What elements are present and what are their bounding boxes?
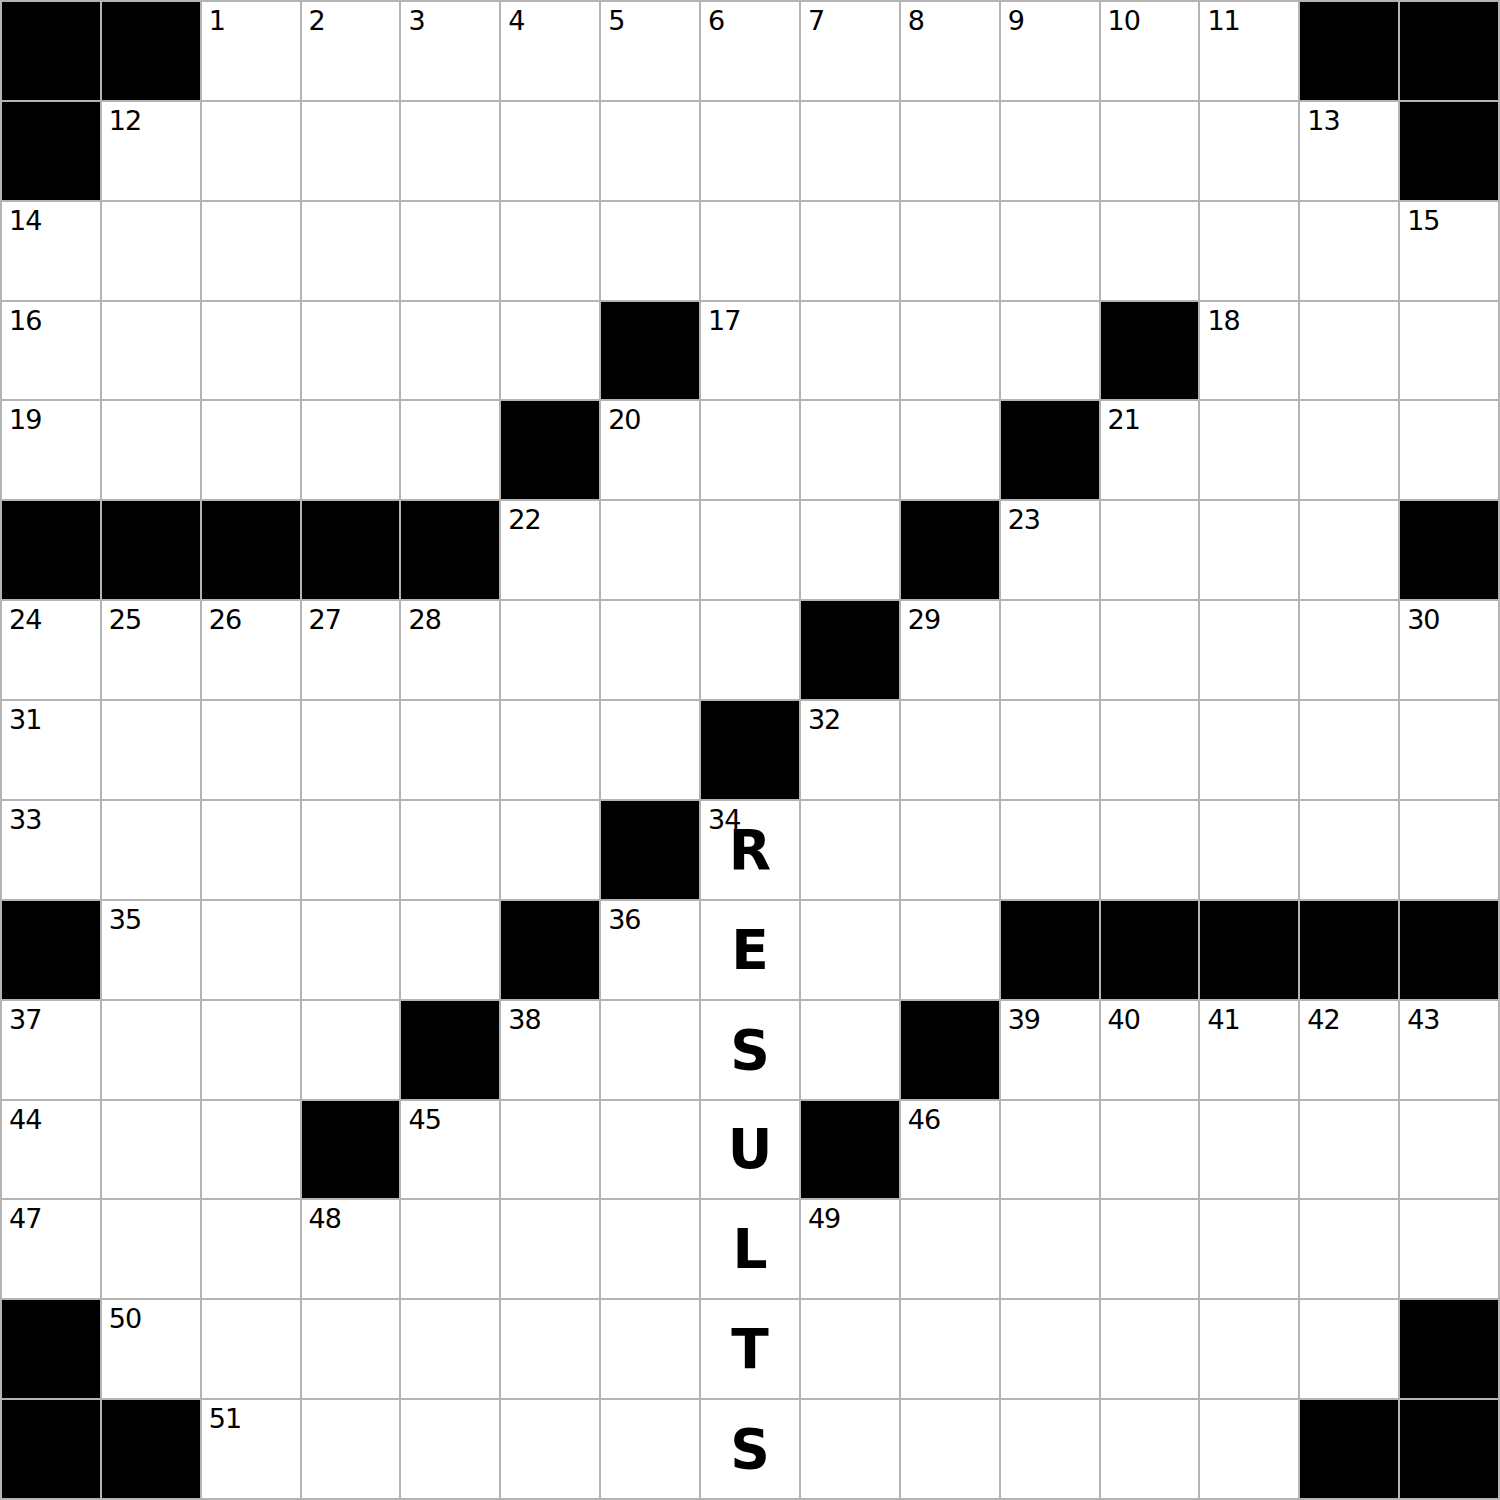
white-cell[interactable] bbox=[1101, 202, 1199, 300]
clue-number: 16 bbox=[9, 305, 41, 336]
white-cell[interactable] bbox=[801, 102, 899, 200]
clue-number: 15 bbox=[1407, 205, 1439, 236]
white-cell[interactable] bbox=[1200, 1101, 1298, 1199]
white-cell[interactable]: 15 bbox=[1400, 202, 1498, 300]
clue-number: 22 bbox=[508, 504, 540, 535]
white-cell[interactable]: 35 bbox=[102, 901, 200, 999]
clue-number: 29 bbox=[908, 604, 940, 635]
white-cell[interactable]: 34R bbox=[701, 801, 799, 899]
white-cell[interactable]: 17 bbox=[701, 302, 799, 400]
clue-number: 1 bbox=[209, 5, 225, 36]
white-cell[interactable]: 13 bbox=[1300, 102, 1398, 200]
white-cell[interactable]: 25 bbox=[102, 601, 200, 699]
white-cell[interactable] bbox=[701, 102, 799, 200]
white-cell[interactable]: L bbox=[701, 1200, 799, 1298]
clue-number: 44 bbox=[9, 1104, 41, 1135]
white-cell[interactable] bbox=[401, 202, 499, 300]
white-cell[interactable] bbox=[202, 1300, 300, 1398]
white-cell[interactable] bbox=[102, 302, 200, 400]
white-cell[interactable] bbox=[1001, 701, 1099, 799]
white-cell[interactable]: 7 bbox=[801, 2, 899, 100]
white-cell[interactable]: 23 bbox=[1001, 501, 1099, 599]
white-cell[interactable]: 46 bbox=[901, 1101, 999, 1199]
black-cell bbox=[401, 501, 499, 599]
black-cell bbox=[1101, 302, 1199, 400]
white-cell[interactable]: 39 bbox=[1001, 1001, 1099, 1099]
white-cell[interactable] bbox=[1300, 1200, 1398, 1298]
white-cell[interactable] bbox=[302, 1400, 400, 1498]
filled-letter: S bbox=[701, 1001, 799, 1099]
white-cell[interactable] bbox=[1001, 1200, 1099, 1298]
black-cell bbox=[801, 1101, 899, 1199]
black-cell bbox=[401, 1001, 499, 1099]
white-cell[interactable]: 11 bbox=[1200, 2, 1298, 100]
white-cell[interactable] bbox=[1200, 1400, 1298, 1498]
white-cell[interactable] bbox=[1300, 501, 1398, 599]
white-cell[interactable]: 24 bbox=[2, 601, 100, 699]
white-cell[interactable]: 9 bbox=[1001, 2, 1099, 100]
black-cell bbox=[1400, 1300, 1498, 1398]
white-cell[interactable] bbox=[1200, 601, 1298, 699]
white-cell[interactable] bbox=[202, 102, 300, 200]
white-cell[interactable] bbox=[501, 302, 599, 400]
white-cell[interactable] bbox=[202, 1101, 300, 1199]
filled-letter: S bbox=[701, 1400, 799, 1498]
white-cell[interactable] bbox=[1200, 1300, 1298, 1398]
white-cell[interactable]: 28 bbox=[401, 601, 499, 699]
white-cell[interactable]: 12 bbox=[102, 102, 200, 200]
white-cell[interactable] bbox=[1300, 801, 1398, 899]
black-cell bbox=[2, 501, 100, 599]
white-cell[interactable] bbox=[302, 401, 400, 499]
white-cell[interactable]: E bbox=[701, 901, 799, 999]
white-cell[interactable] bbox=[1200, 401, 1298, 499]
white-cell[interactable] bbox=[601, 102, 699, 200]
black-cell bbox=[2, 102, 100, 200]
white-cell[interactable]: 8 bbox=[901, 2, 999, 100]
black-cell bbox=[102, 2, 200, 100]
clue-number: 46 bbox=[908, 1104, 940, 1135]
white-cell[interactable]: 41 bbox=[1200, 1001, 1298, 1099]
clue-number: 10 bbox=[1108, 5, 1140, 36]
white-cell[interactable] bbox=[302, 901, 400, 999]
black-cell bbox=[302, 501, 400, 599]
white-cell[interactable] bbox=[1101, 801, 1199, 899]
clue-number: 12 bbox=[109, 105, 141, 136]
black-cell bbox=[102, 1400, 200, 1498]
white-cell[interactable] bbox=[102, 1200, 200, 1298]
clue-number: 48 bbox=[309, 1203, 341, 1234]
white-cell[interactable] bbox=[1300, 1300, 1398, 1398]
clue-number: 17 bbox=[708, 305, 740, 336]
white-cell[interactable]: S bbox=[701, 1400, 799, 1498]
white-cell[interactable]: 40 bbox=[1101, 1001, 1199, 1099]
clue-number: 8 bbox=[908, 5, 924, 36]
black-cell bbox=[302, 1101, 400, 1199]
white-cell[interactable] bbox=[901, 701, 999, 799]
white-cell[interactable] bbox=[401, 302, 499, 400]
white-cell[interactable] bbox=[1101, 501, 1199, 599]
white-cell[interactable] bbox=[102, 701, 200, 799]
white-cell[interactable]: 5 bbox=[601, 2, 699, 100]
white-cell[interactable] bbox=[401, 1300, 499, 1398]
white-cell[interactable]: 20 bbox=[601, 401, 699, 499]
clue-number: 49 bbox=[808, 1203, 840, 1234]
white-cell[interactable]: 36 bbox=[601, 901, 699, 999]
white-cell[interactable] bbox=[801, 801, 899, 899]
white-cell[interactable]: 16 bbox=[2, 302, 100, 400]
white-cell[interactable]: 22 bbox=[501, 501, 599, 599]
black-cell bbox=[801, 601, 899, 699]
white-cell[interactable] bbox=[1001, 1400, 1099, 1498]
clue-number: 18 bbox=[1207, 305, 1239, 336]
white-cell[interactable] bbox=[601, 1300, 699, 1398]
black-cell bbox=[701, 701, 799, 799]
white-cell[interactable]: 3 bbox=[401, 2, 499, 100]
clue-number: 5 bbox=[608, 5, 624, 36]
white-cell[interactable]: 42 bbox=[1300, 1001, 1398, 1099]
white-cell[interactable] bbox=[1200, 1200, 1298, 1298]
white-cell[interactable]: 6 bbox=[701, 2, 799, 100]
white-cell[interactable]: 21 bbox=[1101, 401, 1199, 499]
white-cell[interactable] bbox=[1101, 1400, 1199, 1498]
white-cell[interactable]: S bbox=[701, 1001, 799, 1099]
white-cell[interactable] bbox=[202, 1200, 300, 1298]
white-cell[interactable]: 49 bbox=[801, 1200, 899, 1298]
white-cell[interactable] bbox=[1300, 701, 1398, 799]
clue-number: 41 bbox=[1207, 1004, 1239, 1035]
black-cell bbox=[1300, 1400, 1398, 1498]
black-cell bbox=[1300, 2, 1398, 100]
white-cell[interactable] bbox=[901, 801, 999, 899]
white-cell[interactable] bbox=[202, 202, 300, 300]
clue-number: 33 bbox=[9, 804, 41, 835]
white-cell[interactable]: U bbox=[701, 1101, 799, 1199]
white-cell[interactable] bbox=[501, 801, 599, 899]
white-cell[interactable] bbox=[1400, 1200, 1498, 1298]
black-cell bbox=[2, 1400, 100, 1498]
white-cell[interactable]: 50 bbox=[102, 1300, 200, 1398]
clue-number: 13 bbox=[1307, 105, 1339, 136]
white-cell[interactable] bbox=[601, 701, 699, 799]
white-cell[interactable] bbox=[1200, 701, 1298, 799]
white-cell[interactable]: 14 bbox=[2, 202, 100, 300]
white-cell[interactable]: 33 bbox=[2, 801, 100, 899]
white-cell[interactable] bbox=[601, 202, 699, 300]
white-cell[interactable] bbox=[1200, 202, 1298, 300]
white-cell[interactable]: 4 bbox=[501, 2, 599, 100]
black-cell bbox=[501, 401, 599, 499]
black-cell bbox=[202, 501, 300, 599]
white-cell[interactable] bbox=[1400, 302, 1498, 400]
white-cell[interactable] bbox=[1300, 601, 1398, 699]
white-cell[interactable] bbox=[102, 1001, 200, 1099]
white-cell[interactable]: 37 bbox=[2, 1001, 100, 1099]
white-cell[interactable]: 2 bbox=[302, 2, 400, 100]
black-cell bbox=[501, 901, 599, 999]
white-cell[interactable] bbox=[1001, 202, 1099, 300]
clue-number: 43 bbox=[1407, 1004, 1439, 1035]
white-cell[interactable]: 45 bbox=[401, 1101, 499, 1199]
clue-number: 40 bbox=[1108, 1004, 1140, 1035]
white-cell[interactable] bbox=[901, 302, 999, 400]
white-cell[interactable]: 27 bbox=[302, 601, 400, 699]
clue-number: 42 bbox=[1307, 1004, 1339, 1035]
white-cell[interactable] bbox=[1001, 1101, 1099, 1199]
clue-number: 32 bbox=[808, 704, 840, 735]
clue-number: 3 bbox=[408, 5, 424, 36]
white-cell[interactable] bbox=[1101, 1300, 1199, 1398]
black-cell bbox=[1200, 901, 1298, 999]
clue-number: 25 bbox=[109, 604, 141, 635]
black-cell bbox=[1400, 901, 1498, 999]
white-cell[interactable] bbox=[601, 501, 699, 599]
white-cell[interactable] bbox=[302, 1001, 400, 1099]
black-cell bbox=[901, 501, 999, 599]
white-cell[interactable]: 38 bbox=[501, 1001, 599, 1099]
black-cell bbox=[601, 801, 699, 899]
clue-number: 45 bbox=[408, 1104, 440, 1135]
black-cell bbox=[1001, 901, 1099, 999]
white-cell[interactable] bbox=[1400, 801, 1498, 899]
white-cell[interactable] bbox=[202, 701, 300, 799]
black-cell bbox=[2, 1300, 100, 1398]
white-cell[interactable] bbox=[801, 401, 899, 499]
white-cell[interactable]: 47 bbox=[2, 1200, 100, 1298]
black-cell bbox=[1400, 2, 1498, 100]
white-cell[interactable]: 43 bbox=[1400, 1001, 1498, 1099]
white-cell[interactable] bbox=[1200, 801, 1298, 899]
clue-number: 23 bbox=[1008, 504, 1040, 535]
black-cell bbox=[1300, 901, 1398, 999]
clue-number: 38 bbox=[508, 1004, 540, 1035]
white-cell[interactable] bbox=[501, 1200, 599, 1298]
white-cell[interactable] bbox=[801, 202, 899, 300]
white-cell[interactable] bbox=[901, 202, 999, 300]
white-cell[interactable] bbox=[501, 1400, 599, 1498]
white-cell[interactable] bbox=[1001, 102, 1099, 200]
clue-number: 28 bbox=[408, 604, 440, 635]
white-cell[interactable] bbox=[601, 1101, 699, 1199]
white-cell[interactable] bbox=[1400, 701, 1498, 799]
white-cell[interactable] bbox=[901, 1200, 999, 1298]
white-cell[interactable] bbox=[302, 202, 400, 300]
clue-number: 39 bbox=[1008, 1004, 1040, 1035]
white-cell[interactable] bbox=[102, 1101, 200, 1199]
white-cell[interactable] bbox=[202, 302, 300, 400]
white-cell[interactable] bbox=[501, 1300, 599, 1398]
white-cell[interactable] bbox=[202, 1001, 300, 1099]
black-cell bbox=[601, 302, 699, 400]
white-cell[interactable] bbox=[1001, 801, 1099, 899]
white-cell[interactable]: 51 bbox=[202, 1400, 300, 1498]
white-cell[interactable]: 30 bbox=[1400, 601, 1498, 699]
white-cell[interactable]: 32 bbox=[801, 701, 899, 799]
clue-number: 6 bbox=[708, 5, 724, 36]
clue-number: 20 bbox=[608, 404, 640, 435]
white-cell[interactable] bbox=[1300, 202, 1398, 300]
white-cell[interactable] bbox=[102, 401, 200, 499]
white-cell[interactable] bbox=[1200, 102, 1298, 200]
white-cell[interactable] bbox=[1200, 501, 1298, 599]
white-cell[interactable] bbox=[801, 1001, 899, 1099]
white-cell[interactable] bbox=[1300, 302, 1398, 400]
clue-number: 36 bbox=[608, 904, 640, 935]
clue-number: 9 bbox=[1008, 5, 1024, 36]
white-cell[interactable] bbox=[601, 601, 699, 699]
white-cell[interactable] bbox=[302, 302, 400, 400]
crossword-board: 1234567891011121314151617181920212223242… bbox=[0, 0, 1500, 1500]
white-cell[interactable] bbox=[1400, 401, 1498, 499]
white-cell[interactable]: 18 bbox=[1200, 302, 1298, 400]
white-cell[interactable] bbox=[801, 501, 899, 599]
clue-number: 30 bbox=[1407, 604, 1439, 635]
clue-number: 35 bbox=[109, 904, 141, 935]
black-cell bbox=[2, 901, 100, 999]
black-cell bbox=[1101, 901, 1199, 999]
clue-number: 21 bbox=[1108, 404, 1140, 435]
white-cell[interactable] bbox=[701, 601, 799, 699]
clue-number: 31 bbox=[9, 704, 41, 735]
white-cell[interactable] bbox=[401, 102, 499, 200]
clue-number: 24 bbox=[9, 604, 41, 635]
white-cell[interactable] bbox=[202, 901, 300, 999]
clue-number: 37 bbox=[9, 1004, 41, 1035]
black-cell bbox=[1400, 1400, 1498, 1498]
white-cell[interactable]: 1 bbox=[202, 2, 300, 100]
white-cell[interactable] bbox=[1101, 601, 1199, 699]
clue-number: 19 bbox=[9, 404, 41, 435]
filled-letter: T bbox=[701, 1300, 799, 1398]
white-cell[interactable] bbox=[701, 401, 799, 499]
white-cell[interactable] bbox=[501, 701, 599, 799]
white-cell[interactable] bbox=[701, 501, 799, 599]
white-cell[interactable] bbox=[801, 1400, 899, 1498]
white-cell[interactable] bbox=[901, 102, 999, 200]
clue-number: 14 bbox=[9, 205, 41, 236]
black-cell bbox=[901, 1001, 999, 1099]
white-cell[interactable] bbox=[501, 202, 599, 300]
white-cell[interactable] bbox=[601, 1200, 699, 1298]
white-cell[interactable] bbox=[1101, 1101, 1199, 1199]
white-cell[interactable] bbox=[501, 102, 599, 200]
filled-letter: U bbox=[701, 1101, 799, 1199]
white-cell[interactable] bbox=[401, 1400, 499, 1498]
clue-number: 7 bbox=[808, 5, 824, 36]
white-cell[interactable]: T bbox=[701, 1300, 799, 1398]
clue-number: 2 bbox=[309, 5, 325, 36]
white-cell[interactable] bbox=[1101, 701, 1199, 799]
clue-number: 50 bbox=[109, 1303, 141, 1334]
white-cell[interactable] bbox=[1300, 401, 1398, 499]
white-cell[interactable] bbox=[1001, 302, 1099, 400]
white-cell[interactable] bbox=[302, 801, 400, 899]
white-cell[interactable]: 29 bbox=[901, 601, 999, 699]
white-cell[interactable] bbox=[701, 202, 799, 300]
white-cell[interactable] bbox=[901, 1300, 999, 1398]
white-cell[interactable] bbox=[801, 901, 899, 999]
white-cell[interactable] bbox=[401, 1200, 499, 1298]
white-cell[interactable] bbox=[102, 801, 200, 899]
white-cell[interactable] bbox=[302, 1300, 400, 1398]
clue-number: 27 bbox=[309, 604, 341, 635]
white-cell[interactable]: 19 bbox=[2, 401, 100, 499]
black-cell bbox=[1400, 102, 1498, 200]
white-cell[interactable] bbox=[102, 202, 200, 300]
black-cell bbox=[1001, 401, 1099, 499]
white-cell[interactable]: 48 bbox=[302, 1200, 400, 1298]
black-cell bbox=[2, 2, 100, 100]
white-cell[interactable]: 26 bbox=[202, 601, 300, 699]
white-cell[interactable] bbox=[601, 1400, 699, 1498]
white-cell[interactable] bbox=[801, 302, 899, 400]
white-cell[interactable] bbox=[801, 1300, 899, 1398]
white-cell[interactable] bbox=[1101, 1200, 1199, 1298]
white-cell[interactable] bbox=[901, 401, 999, 499]
white-cell[interactable] bbox=[1400, 1101, 1498, 1199]
white-cell[interactable] bbox=[401, 701, 499, 799]
white-cell[interactable] bbox=[202, 401, 300, 499]
white-cell[interactable] bbox=[1300, 1101, 1398, 1199]
filled-letter: L bbox=[701, 1200, 799, 1298]
clue-number: 47 bbox=[9, 1203, 41, 1234]
clue-number: 4 bbox=[508, 5, 524, 36]
white-cell[interactable]: 10 bbox=[1101, 2, 1199, 100]
white-cell[interactable]: 44 bbox=[2, 1101, 100, 1199]
white-cell[interactable] bbox=[202, 801, 300, 899]
black-cell bbox=[1400, 501, 1498, 599]
white-cell[interactable] bbox=[1001, 1300, 1099, 1398]
clue-number: 26 bbox=[209, 604, 241, 635]
filled-letter: R bbox=[701, 801, 799, 899]
white-cell[interactable] bbox=[302, 102, 400, 200]
white-cell[interactable] bbox=[401, 801, 499, 899]
white-cell[interactable] bbox=[1001, 601, 1099, 699]
white-cell[interactable]: 31 bbox=[2, 701, 100, 799]
black-cell bbox=[102, 501, 200, 599]
white-cell[interactable] bbox=[501, 1101, 599, 1199]
filled-letter: E bbox=[701, 901, 799, 999]
white-cell[interactable] bbox=[501, 601, 599, 699]
white-cell[interactable] bbox=[901, 1400, 999, 1498]
white-cell[interactable] bbox=[302, 701, 400, 799]
clue-number: 51 bbox=[209, 1403, 241, 1434]
white-cell[interactable] bbox=[401, 901, 499, 999]
clue-number: 11 bbox=[1207, 5, 1239, 36]
white-cell[interactable] bbox=[1101, 102, 1199, 200]
white-cell[interactable] bbox=[901, 901, 999, 999]
white-cell[interactable] bbox=[601, 1001, 699, 1099]
white-cell[interactable] bbox=[401, 401, 499, 499]
